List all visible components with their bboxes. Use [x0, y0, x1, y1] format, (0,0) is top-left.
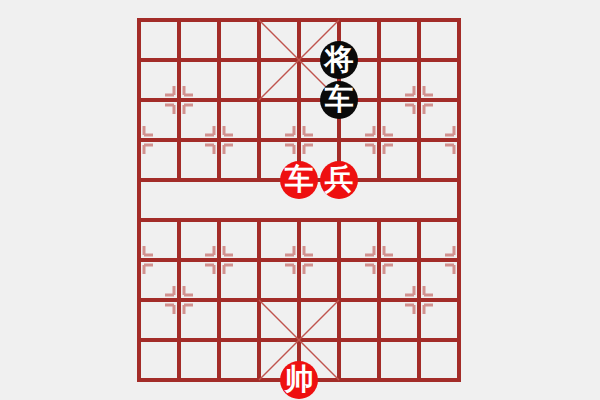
red-chariot[interactable]: 车	[280, 161, 318, 199]
black-general[interactable]: 将	[320, 41, 358, 79]
xiangqi-board[interactable]: 将车车兵帅	[0, 0, 600, 400]
red-general[interactable]: 帅	[280, 361, 318, 399]
black-chariot[interactable]: 车	[320, 81, 358, 119]
red-pawn[interactable]: 兵	[320, 161, 358, 199]
piece-layer: 将车车兵帅	[119, 0, 479, 400]
